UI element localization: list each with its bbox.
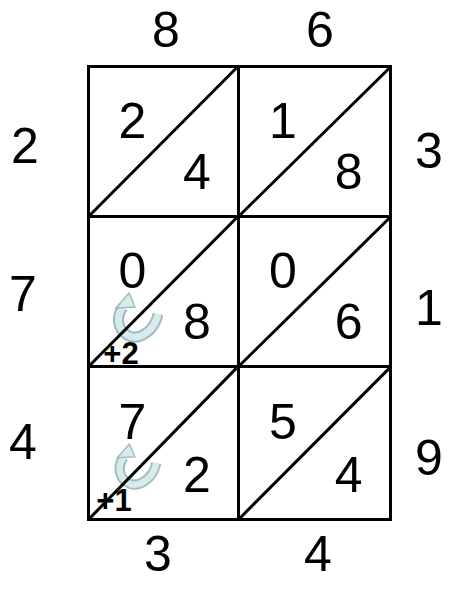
tens-digit: 5: [269, 397, 297, 447]
multiplicand-digit-2: 6: [306, 5, 334, 55]
cell-diagonal-line: [240, 368, 390, 518]
tens-digit: 1: [269, 96, 297, 146]
cell-r1c1: 2 4: [90, 68, 240, 218]
units-digit: 2: [183, 450, 211, 500]
result-digit-2: 7: [9, 269, 37, 319]
carry-label: +1: [96, 485, 131, 516]
cell-diagonal-line: [90, 68, 237, 215]
units-digit: 6: [335, 297, 363, 347]
cell-r3c2: 5 4: [240, 368, 390, 518]
tens-digit: 0: [119, 246, 147, 296]
cell-r2c2: 0 6: [240, 218, 390, 368]
units-digit: 8: [335, 147, 363, 197]
units-digit: 8: [183, 297, 211, 347]
cell-diagonal-line: [240, 218, 390, 365]
result-digit-4: 3: [144, 529, 172, 579]
units-digit: 4: [183, 147, 211, 197]
multiplier-digit-2: 1: [415, 283, 443, 333]
tens-digit: 2: [119, 96, 147, 146]
lattice-multiplication-diagram: 8 6 3 1 9 2 7 4 3 4 2 4 1 8: [0, 0, 466, 593]
units-digit: 4: [335, 450, 363, 500]
tens-digit: 0: [269, 246, 297, 296]
cell-diagonal-line: [240, 68, 390, 215]
multiplier-digit-1: 3: [415, 126, 443, 176]
result-digit-5: 4: [304, 529, 332, 579]
lattice-grid: 2 4 1 8 0 8 +2: [87, 65, 392, 521]
cell-r2c1: 0 8 +2: [90, 218, 240, 368]
carry-label: +2: [103, 338, 138, 369]
multiplier-digit-3: 9: [415, 433, 443, 483]
cell-r1c2: 1 8: [240, 68, 390, 218]
result-digit-3: 4: [9, 417, 37, 467]
result-digit-1: 2: [11, 121, 39, 171]
cell-r3c1: 7 2 +1: [90, 368, 240, 518]
multiplicand-digit-1: 8: [152, 5, 180, 55]
tens-digit: 7: [119, 397, 147, 447]
